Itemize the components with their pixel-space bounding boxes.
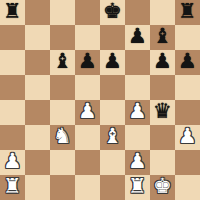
square-a4[interactable]	[0, 100, 25, 125]
square-a8[interactable]: ♜	[0, 0, 25, 25]
square-e2[interactable]	[100, 150, 125, 175]
piece-black-pawn[interactable]: ♟	[178, 49, 197, 74]
piece-black-pawn[interactable]: ♟	[78, 49, 97, 74]
piece-white-pawn[interactable]: ♟	[3, 149, 22, 174]
piece-white-pawn[interactable]: ♟	[78, 99, 97, 124]
square-d1[interactable]	[75, 175, 100, 200]
piece-black-pawn[interactable]: ♟	[103, 49, 122, 74]
piece-white-rook[interactable]: ♜	[128, 174, 147, 199]
square-b4[interactable]	[25, 100, 50, 125]
square-a6[interactable]	[0, 50, 25, 75]
square-h6[interactable]: ♟	[175, 50, 200, 75]
square-c6[interactable]: ♝	[50, 50, 75, 75]
square-c3[interactable]: ♞	[50, 125, 75, 150]
piece-white-knight[interactable]: ♞	[53, 124, 72, 149]
square-b2[interactable]	[25, 150, 50, 175]
piece-black-queen[interactable]: ♛	[153, 99, 172, 124]
square-d7[interactable]	[75, 25, 100, 50]
square-c1[interactable]	[50, 175, 75, 200]
square-a1[interactable]: ♜	[0, 175, 25, 200]
piece-white-pawn[interactable]: ♟	[128, 99, 147, 124]
piece-black-bishop[interactable]: ♝	[153, 24, 172, 49]
square-b5[interactable]	[25, 75, 50, 100]
square-e8[interactable]: ♚	[100, 0, 125, 25]
square-e1[interactable]	[100, 175, 125, 200]
square-g2[interactable]	[150, 150, 175, 175]
square-e7[interactable]	[100, 25, 125, 50]
square-a5[interactable]	[0, 75, 25, 100]
square-c2[interactable]	[50, 150, 75, 175]
piece-black-pawn[interactable]: ♟	[128, 24, 147, 49]
square-f8[interactable]	[125, 0, 150, 25]
square-g8[interactable]	[150, 0, 175, 25]
square-e6[interactable]: ♟	[100, 50, 125, 75]
square-f5[interactable]	[125, 75, 150, 100]
square-f4[interactable]: ♟	[125, 100, 150, 125]
piece-black-bishop[interactable]: ♝	[53, 49, 72, 74]
piece-black-pawn[interactable]: ♟	[153, 49, 172, 74]
square-b1[interactable]	[25, 175, 50, 200]
square-b8[interactable]	[25, 0, 50, 25]
square-e5[interactable]	[100, 75, 125, 100]
square-h8[interactable]: ♜	[175, 0, 200, 25]
square-f6[interactable]	[125, 50, 150, 75]
square-c5[interactable]	[50, 75, 75, 100]
square-g6[interactable]: ♟	[150, 50, 175, 75]
square-h4[interactable]	[175, 100, 200, 125]
square-f2[interactable]: ♟	[125, 150, 150, 175]
piece-white-king[interactable]: ♚	[153, 174, 172, 199]
square-d4[interactable]: ♟	[75, 100, 100, 125]
piece-black-king[interactable]: ♚	[103, 0, 122, 24]
square-h5[interactable]	[175, 75, 200, 100]
square-g5[interactable]	[150, 75, 175, 100]
chess-board: ♜♚♜♟♝♝♟♟♟♟♟♟♛♞♝♟♟♟♜♜♚	[0, 0, 200, 200]
square-h7[interactable]	[175, 25, 200, 50]
square-h2[interactable]	[175, 150, 200, 175]
square-g7[interactable]: ♝	[150, 25, 175, 50]
square-g1[interactable]: ♚	[150, 175, 175, 200]
piece-black-rook[interactable]: ♜	[178, 0, 197, 24]
square-d3[interactable]	[75, 125, 100, 150]
square-b7[interactable]	[25, 25, 50, 50]
square-e3[interactable]: ♝	[100, 125, 125, 150]
square-c4[interactable]	[50, 100, 75, 125]
square-d5[interactable]	[75, 75, 100, 100]
square-g4[interactable]: ♛	[150, 100, 175, 125]
square-a3[interactable]	[0, 125, 25, 150]
square-h3[interactable]: ♟	[175, 125, 200, 150]
square-b6[interactable]	[25, 50, 50, 75]
square-a7[interactable]	[0, 25, 25, 50]
square-d6[interactable]: ♟	[75, 50, 100, 75]
square-d2[interactable]	[75, 150, 100, 175]
square-f7[interactable]: ♟	[125, 25, 150, 50]
square-f1[interactable]: ♜	[125, 175, 150, 200]
square-c8[interactable]	[50, 0, 75, 25]
square-c7[interactable]	[50, 25, 75, 50]
piece-white-pawn[interactable]: ♟	[128, 149, 147, 174]
square-b3[interactable]	[25, 125, 50, 150]
square-e4[interactable]	[100, 100, 125, 125]
square-f3[interactable]	[125, 125, 150, 150]
square-a2[interactable]: ♟	[0, 150, 25, 175]
square-h1[interactable]	[175, 175, 200, 200]
square-g3[interactable]	[150, 125, 175, 150]
piece-black-rook[interactable]: ♜	[3, 0, 22, 24]
piece-white-bishop[interactable]: ♝	[103, 124, 122, 149]
square-d8[interactable]	[75, 0, 100, 25]
piece-white-pawn[interactable]: ♟	[178, 124, 197, 149]
piece-white-rook[interactable]: ♜	[3, 174, 22, 199]
